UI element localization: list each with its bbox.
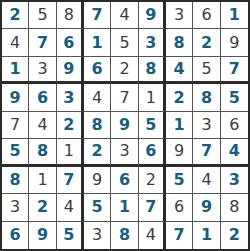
cell-r4c7[interactable]: 2: [166, 84, 193, 111]
cell-r1c9[interactable]: 1: [221, 2, 248, 29]
sudoku-board: 2587493614761538291396284579634712857428…: [0, 0, 250, 251]
cell-r7c2[interactable]: 1: [29, 167, 56, 194]
cell-r6c1[interactable]: 5: [2, 139, 29, 166]
cell-r9c7[interactable]: 7: [166, 222, 193, 249]
cell-r1c7[interactable]: 3: [166, 2, 193, 29]
cell-r3c6[interactable]: 8: [139, 57, 166, 84]
cell-r3c3[interactable]: 9: [57, 57, 84, 84]
cell-r6c8[interactable]: 7: [193, 139, 220, 166]
cell-r1c4[interactable]: 7: [84, 2, 111, 29]
cell-r4c4[interactable]: 4: [84, 84, 111, 111]
cell-r7c9[interactable]: 3: [221, 167, 248, 194]
cell-r3c4[interactable]: 6: [84, 57, 111, 84]
cell-r4c6[interactable]: 1: [139, 84, 166, 111]
cell-r8c5[interactable]: 1: [111, 194, 138, 221]
cell-r8c6[interactable]: 7: [139, 194, 166, 221]
cell-r6c6[interactable]: 6: [139, 139, 166, 166]
cell-r6c4[interactable]: 2: [84, 139, 111, 166]
cell-r2c3[interactable]: 6: [57, 29, 84, 56]
cell-r4c8[interactable]: 8: [193, 84, 220, 111]
cell-r5c3[interactable]: 2: [57, 112, 84, 139]
cell-r5c8[interactable]: 3: [193, 112, 220, 139]
cell-r2c1[interactable]: 4: [2, 29, 29, 56]
cell-r8c1[interactable]: 3: [2, 194, 29, 221]
cell-r1c2[interactable]: 5: [29, 2, 56, 29]
cell-r5c6[interactable]: 5: [139, 112, 166, 139]
cell-r1c3[interactable]: 8: [57, 2, 84, 29]
cell-r9c8[interactable]: 1: [193, 222, 220, 249]
cell-r2c4[interactable]: 1: [84, 29, 111, 56]
cell-r6c5[interactable]: 3: [111, 139, 138, 166]
cell-r5c9[interactable]: 6: [221, 112, 248, 139]
cell-r5c7[interactable]: 1: [166, 112, 193, 139]
cell-r5c5[interactable]: 9: [111, 112, 138, 139]
cell-r4c5[interactable]: 7: [111, 84, 138, 111]
cell-r2c8[interactable]: 2: [193, 29, 220, 56]
cell-r4c9[interactable]: 5: [221, 84, 248, 111]
cell-r5c1[interactable]: 7: [2, 112, 29, 139]
cell-r9c1[interactable]: 6: [2, 222, 29, 249]
cell-r1c6[interactable]: 9: [139, 2, 166, 29]
cell-r1c1[interactable]: 2: [2, 2, 29, 29]
cell-r2c2[interactable]: 7: [29, 29, 56, 56]
cell-r7c4[interactable]: 9: [84, 167, 111, 194]
cell-r8c4[interactable]: 5: [84, 194, 111, 221]
cell-r9c3[interactable]: 5: [57, 222, 84, 249]
cell-r7c5[interactable]: 6: [111, 167, 138, 194]
cell-r7c6[interactable]: 2: [139, 167, 166, 194]
cell-r3c7[interactable]: 4: [166, 57, 193, 84]
cell-r3c1[interactable]: 1: [2, 57, 29, 84]
cell-r5c4[interactable]: 8: [84, 112, 111, 139]
cell-r6c9[interactable]: 4: [221, 139, 248, 166]
cell-r5c2[interactable]: 4: [29, 112, 56, 139]
cell-r7c3[interactable]: 7: [57, 167, 84, 194]
cell-r3c8[interactable]: 5: [193, 57, 220, 84]
cell-r7c1[interactable]: 8: [2, 167, 29, 194]
cell-r7c7[interactable]: 5: [166, 167, 193, 194]
cell-r8c7[interactable]: 6: [166, 194, 193, 221]
cell-r4c2[interactable]: 6: [29, 84, 56, 111]
cell-r6c3[interactable]: 1: [57, 139, 84, 166]
cell-r8c8[interactable]: 9: [193, 194, 220, 221]
cell-r8c3[interactable]: 4: [57, 194, 84, 221]
cell-r8c2[interactable]: 2: [29, 194, 56, 221]
cell-r3c9[interactable]: 7: [221, 57, 248, 84]
cell-r1c8[interactable]: 6: [193, 2, 220, 29]
cell-r4c3[interactable]: 3: [57, 84, 84, 111]
cell-r9c6[interactable]: 4: [139, 222, 166, 249]
cell-r7c8[interactable]: 4: [193, 167, 220, 194]
cell-r2c6[interactable]: 3: [139, 29, 166, 56]
cell-r1c5[interactable]: 4: [111, 2, 138, 29]
cell-r2c7[interactable]: 8: [166, 29, 193, 56]
cell-r8c9[interactable]: 8: [221, 194, 248, 221]
cell-r4c1[interactable]: 9: [2, 84, 29, 111]
cell-r9c9[interactable]: 2: [221, 222, 248, 249]
cell-r2c9[interactable]: 9: [221, 29, 248, 56]
cell-r9c2[interactable]: 9: [29, 222, 56, 249]
cell-r9c4[interactable]: 3: [84, 222, 111, 249]
cell-r6c7[interactable]: 9: [166, 139, 193, 166]
cell-r2c5[interactable]: 5: [111, 29, 138, 56]
cell-r3c2[interactable]: 3: [29, 57, 56, 84]
cell-r9c5[interactable]: 8: [111, 222, 138, 249]
cell-r3c5[interactable]: 2: [111, 57, 138, 84]
cell-r6c2[interactable]: 8: [29, 139, 56, 166]
